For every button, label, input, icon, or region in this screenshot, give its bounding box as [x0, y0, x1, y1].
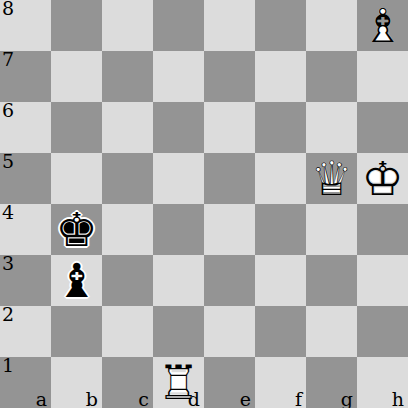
rank-label-1: 1 — [2, 355, 14, 376]
square-d8[interactable] — [153, 0, 204, 51]
square-c6[interactable] — [102, 102, 153, 153]
file-label-a: a — [36, 389, 47, 408]
square-a6[interactable]: 6 — [0, 102, 51, 153]
square-g5[interactable]: ♛♕ — [306, 153, 357, 204]
black-bishop-b3[interactable]: ♝ — [51, 255, 102, 306]
square-a5[interactable]: 5 — [0, 153, 51, 204]
square-c3[interactable] — [102, 255, 153, 306]
square-a3[interactable]: 3 — [0, 255, 51, 306]
square-h2[interactable] — [357, 306, 408, 357]
square-c5[interactable] — [102, 153, 153, 204]
square-g4[interactable] — [306, 204, 357, 255]
square-c8[interactable] — [102, 0, 153, 51]
square-h6[interactable] — [357, 102, 408, 153]
square-d4[interactable] — [153, 204, 204, 255]
white-king-h5[interactable]: ♚♔ — [357, 153, 408, 204]
square-h5[interactable]: ♚♔ — [357, 153, 408, 204]
square-h8[interactable]: ♝♗ — [357, 0, 408, 51]
square-g8[interactable] — [306, 0, 357, 51]
square-f6[interactable] — [255, 102, 306, 153]
rank-label-3: 3 — [2, 253, 14, 274]
rank-label-5: 5 — [2, 151, 14, 172]
square-d6[interactable] — [153, 102, 204, 153]
square-b1[interactable]: b — [51, 357, 102, 408]
square-a4[interactable]: 4 — [0, 204, 51, 255]
rank-label-4: 4 — [2, 202, 14, 223]
chessboard: 8♝♗765♛♕♚♔4♚3♝21abcd♜♖efgh — [0, 0, 408, 408]
file-label-c: c — [138, 389, 149, 408]
rank-label-6: 6 — [2, 100, 14, 121]
square-h1[interactable]: h — [357, 357, 408, 408]
square-b3[interactable]: ♝ — [51, 255, 102, 306]
file-label-h: h — [392, 389, 404, 408]
square-g3[interactable] — [306, 255, 357, 306]
square-f5[interactable] — [255, 153, 306, 204]
square-b4[interactable]: ♚ — [51, 204, 102, 255]
square-d5[interactable] — [153, 153, 204, 204]
rank-label-7: 7 — [2, 49, 14, 70]
file-label-e: e — [240, 389, 251, 408]
black-king-b4[interactable]: ♚ — [51, 204, 102, 255]
square-h4[interactable] — [357, 204, 408, 255]
square-c1[interactable]: c — [102, 357, 153, 408]
square-f3[interactable] — [255, 255, 306, 306]
square-c7[interactable] — [102, 51, 153, 102]
square-g7[interactable] — [306, 51, 357, 102]
square-h7[interactable] — [357, 51, 408, 102]
rank-label-8: 8 — [2, 0, 14, 19]
square-b5[interactable] — [51, 153, 102, 204]
square-c2[interactable] — [102, 306, 153, 357]
white-rook-d1[interactable]: ♜♖ — [153, 357, 204, 408]
square-f4[interactable] — [255, 204, 306, 255]
square-e3[interactable] — [204, 255, 255, 306]
square-a8[interactable]: 8 — [0, 0, 51, 51]
file-label-b: b — [86, 389, 98, 408]
piece-outline-glyph: ♕ — [306, 153, 357, 204]
piece-solid-glyph: ♝ — [51, 255, 102, 306]
square-b7[interactable] — [51, 51, 102, 102]
white-queen-g5[interactable]: ♛♕ — [306, 153, 357, 204]
square-e4[interactable] — [204, 204, 255, 255]
piece-solid-glyph: ♚ — [51, 204, 102, 255]
square-e6[interactable] — [204, 102, 255, 153]
square-f2[interactable] — [255, 306, 306, 357]
square-e1[interactable]: e — [204, 357, 255, 408]
square-a7[interactable]: 7 — [0, 51, 51, 102]
square-f1[interactable]: f — [255, 357, 306, 408]
file-label-g: g — [341, 389, 353, 408]
square-d3[interactable] — [153, 255, 204, 306]
square-d7[interactable] — [153, 51, 204, 102]
square-f7[interactable] — [255, 51, 306, 102]
square-d2[interactable] — [153, 306, 204, 357]
square-b8[interactable] — [51, 0, 102, 51]
square-b2[interactable] — [51, 306, 102, 357]
piece-outline-glyph: ♖ — [153, 357, 204, 408]
square-c4[interactable] — [102, 204, 153, 255]
square-d1[interactable]: d♜♖ — [153, 357, 204, 408]
square-g1[interactable]: g — [306, 357, 357, 408]
square-e2[interactable] — [204, 306, 255, 357]
square-a1[interactable]: 1a — [0, 357, 51, 408]
file-label-f: f — [295, 389, 302, 408]
square-g2[interactable] — [306, 306, 357, 357]
square-h3[interactable] — [357, 255, 408, 306]
piece-outline-glyph: ♔ — [357, 153, 408, 204]
square-e7[interactable] — [204, 51, 255, 102]
square-a2[interactable]: 2 — [0, 306, 51, 357]
square-e8[interactable] — [204, 0, 255, 51]
square-g6[interactable] — [306, 102, 357, 153]
rank-label-2: 2 — [2, 304, 14, 325]
square-f8[interactable] — [255, 0, 306, 51]
square-e5[interactable] — [204, 153, 255, 204]
white-bishop-h8[interactable]: ♝♗ — [357, 0, 408, 51]
piece-outline-glyph: ♗ — [357, 0, 408, 51]
square-b6[interactable] — [51, 102, 102, 153]
